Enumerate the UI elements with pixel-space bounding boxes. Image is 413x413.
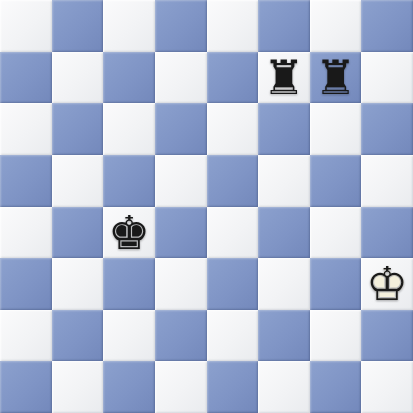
piece-white-king-h3[interactable]: ♚♔ xyxy=(361,258,413,310)
piece-black-king-c4[interactable]: ♚ xyxy=(103,207,155,259)
square-b4[interactable] xyxy=(52,207,104,259)
square-c2[interactable] xyxy=(103,310,155,362)
square-d2[interactable] xyxy=(155,310,207,362)
square-f1[interactable] xyxy=(258,361,310,413)
square-b5[interactable] xyxy=(52,155,104,207)
square-f5[interactable] xyxy=(258,155,310,207)
square-c8[interactable] xyxy=(103,0,155,52)
square-e7[interactable] xyxy=(207,52,259,104)
chess-board: ♜♜♚♚♔ xyxy=(0,0,413,413)
square-e3[interactable] xyxy=(207,258,259,310)
square-f7[interactable]: ♜ xyxy=(258,52,310,104)
square-h8[interactable] xyxy=(361,0,413,52)
square-f2[interactable] xyxy=(258,310,310,362)
square-e1[interactable] xyxy=(207,361,259,413)
square-g4[interactable] xyxy=(310,207,362,259)
black-rook-glyph: ♜ xyxy=(314,54,356,101)
piece-black-rook-f7[interactable]: ♜ xyxy=(258,52,310,104)
square-e6[interactable] xyxy=(207,103,259,155)
square-c1[interactable] xyxy=(103,361,155,413)
square-d3[interactable] xyxy=(155,258,207,310)
square-g2[interactable] xyxy=(310,310,362,362)
square-a6[interactable] xyxy=(0,103,52,155)
square-h3[interactable]: ♚♔ xyxy=(361,258,413,310)
black-rook-glyph: ♜ xyxy=(263,54,305,101)
square-g6[interactable] xyxy=(310,103,362,155)
square-h7[interactable] xyxy=(361,52,413,104)
square-f8[interactable] xyxy=(258,0,310,52)
white-king-outline-glyph: ♔ xyxy=(361,258,413,310)
square-b1[interactable] xyxy=(52,361,104,413)
square-d1[interactable] xyxy=(155,361,207,413)
square-c4[interactable]: ♚ xyxy=(103,207,155,259)
square-e5[interactable] xyxy=(207,155,259,207)
square-g3[interactable] xyxy=(310,258,362,310)
square-a7[interactable] xyxy=(0,52,52,104)
square-a1[interactable] xyxy=(0,361,52,413)
square-c3[interactable] xyxy=(103,258,155,310)
square-d4[interactable] xyxy=(155,207,207,259)
square-c6[interactable] xyxy=(103,103,155,155)
square-g1[interactable] xyxy=(310,361,362,413)
square-b7[interactable] xyxy=(52,52,104,104)
square-h1[interactable] xyxy=(361,361,413,413)
square-a5[interactable] xyxy=(0,155,52,207)
square-h5[interactable] xyxy=(361,155,413,207)
square-a4[interactable] xyxy=(0,207,52,259)
square-c7[interactable] xyxy=(103,52,155,104)
square-e2[interactable] xyxy=(207,310,259,362)
square-a2[interactable] xyxy=(0,310,52,362)
square-f3[interactable] xyxy=(258,258,310,310)
square-h6[interactable] xyxy=(361,103,413,155)
black-king-glyph: ♚ xyxy=(108,209,150,256)
square-h2[interactable] xyxy=(361,310,413,362)
square-e4[interactable] xyxy=(207,207,259,259)
square-d7[interactable] xyxy=(155,52,207,104)
square-f6[interactable] xyxy=(258,103,310,155)
square-d6[interactable] xyxy=(155,103,207,155)
square-f4[interactable] xyxy=(258,207,310,259)
square-a3[interactable] xyxy=(0,258,52,310)
square-e8[interactable] xyxy=(207,0,259,52)
square-b6[interactable] xyxy=(52,103,104,155)
square-d5[interactable] xyxy=(155,155,207,207)
square-b3[interactable] xyxy=(52,258,104,310)
square-g8[interactable] xyxy=(310,0,362,52)
square-a8[interactable] xyxy=(0,0,52,52)
piece-black-rook-g7[interactable]: ♜ xyxy=(310,52,362,104)
chess-board-container: ♜♜♚♚♔ xyxy=(0,0,413,413)
square-b8[interactable] xyxy=(52,0,104,52)
square-g7[interactable]: ♜ xyxy=(310,52,362,104)
square-d8[interactable] xyxy=(155,0,207,52)
square-g5[interactable] xyxy=(310,155,362,207)
square-b2[interactable] xyxy=(52,310,104,362)
square-c5[interactable] xyxy=(103,155,155,207)
square-h4[interactable] xyxy=(361,207,413,259)
